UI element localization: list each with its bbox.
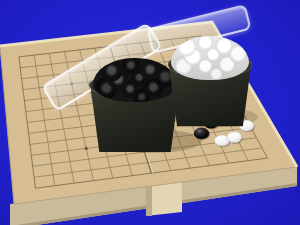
- white-stones-heap: [171, 36, 250, 80]
- white-stone[interactable]: [227, 132, 242, 143]
- black-stone[interactable]: [194, 128, 209, 139]
- scene: [0, 0, 300, 225]
- white-stone-bowl[interactable]: [163, 36, 257, 128]
